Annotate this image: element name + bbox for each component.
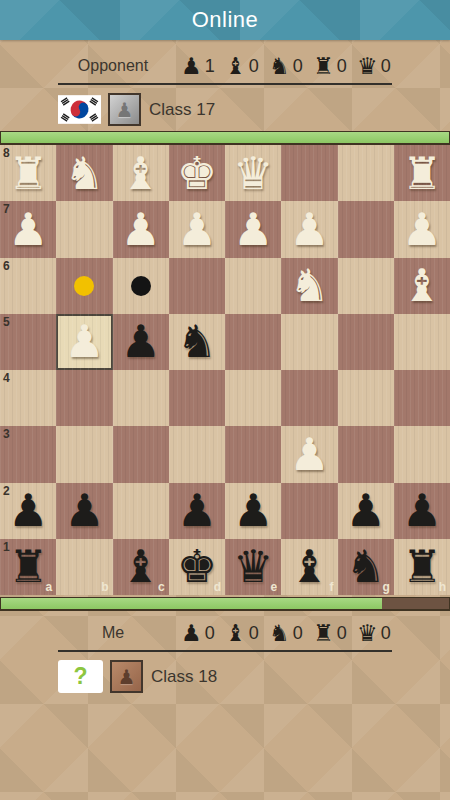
square-d4[interactable] (169, 370, 225, 426)
captured-bishop: ♝0 (225, 622, 269, 645)
square-h4[interactable] (394, 370, 450, 426)
square-h1[interactable]: h♜ (394, 539, 450, 595)
file-label-c: c (158, 580, 165, 594)
captured-pawn: ♟0 (181, 622, 225, 645)
square-b7[interactable] (56, 201, 112, 257)
square-a8[interactable]: 8♜ (0, 145, 56, 201)
square-f8[interactable] (281, 145, 337, 201)
captured-knight: ♞0 (269, 55, 313, 78)
captured-pawn-count: 0 (205, 623, 215, 644)
rank-label-8: 8 (3, 146, 10, 160)
square-d8[interactable]: ♚ (169, 145, 225, 201)
me-divider (58, 650, 392, 652)
me-captured-row: Me ♟0 ♝0 ♞0 ♜0 ♛0 (0, 619, 450, 647)
captured-rook: ♜0 (313, 622, 357, 645)
file-label-h: h (439, 580, 446, 594)
opponent-profile: ♟ Class 17 (58, 92, 450, 127)
rank-label-7: 7 (3, 202, 10, 216)
square-f4[interactable] (281, 370, 337, 426)
pawn-icon: ♟ (181, 55, 202, 78)
file-label-d: d (214, 580, 221, 594)
piece-white-bishop-c8[interactable]: ♝ (113, 145, 169, 201)
file-label-b: b (101, 580, 108, 594)
file-label-g: g (382, 580, 389, 594)
captured-knight: ♞0 (269, 622, 313, 645)
square-f1[interactable]: f♝ (281, 539, 337, 595)
square-f2[interactable] (281, 483, 337, 539)
captured-queen: ♛0 (357, 55, 401, 78)
piece-white-pawn-f7[interactable]: ♟ (281, 201, 337, 257)
piece-white-pawn-f3[interactable]: ♟ (281, 426, 337, 482)
knight-icon: ♞ (269, 622, 290, 645)
pawn-icon: ♟ (181, 622, 202, 645)
square-b8[interactable]: ♞ (56, 145, 112, 201)
me-class-label: Class 18 (151, 667, 217, 687)
opponent-label: Opponent (63, 57, 163, 75)
square-a3[interactable]: 3 (0, 426, 56, 482)
rook-icon: ♜ (313, 622, 334, 645)
captured-queen: ♛0 (357, 622, 401, 645)
captured-knight-count: 0 (293, 623, 303, 644)
square-f5[interactable] (281, 314, 337, 370)
me-panel: Me ♟0 ♝0 ♞0 ♜0 ♛0 ? ♟ Class 18 (0, 611, 450, 706)
bishop-icon: ♝ (225, 622, 246, 645)
me-profile: ? ♟ Class 18 (58, 659, 450, 694)
captured-bishop: ♝0 (225, 55, 269, 78)
square-e7[interactable]: ♟ (225, 201, 281, 257)
opponent-divider (58, 83, 392, 85)
piece-white-knight-b8[interactable]: ♞ (56, 145, 112, 201)
square-e8[interactable]: ♛ (225, 145, 281, 201)
black-move-dot[interactable] (131, 276, 151, 296)
piece-black-pawn-c5[interactable]: ♟ (113, 314, 169, 370)
square-a7[interactable]: 7♟ (0, 201, 56, 257)
yellow-move-dot[interactable] (74, 276, 94, 296)
queen-icon: ♛ (357, 622, 378, 645)
square-f6[interactable]: ♞ (281, 258, 337, 314)
piece-white-knight-f6[interactable]: ♞ (281, 258, 337, 314)
captured-rook-count: 0 (337, 56, 347, 77)
square-e2[interactable]: ♟ (225, 483, 281, 539)
opponent-timer-track (1, 132, 449, 143)
file-label-f: f (330, 580, 334, 594)
square-b6[interactable] (56, 258, 112, 314)
captured-pawn-count: 1 (205, 56, 215, 77)
me-captured-groups: ♟0 ♝0 ♞0 ♜0 ♛0 (181, 622, 401, 645)
me-label: Me (63, 624, 163, 642)
rank-label-1: 1 (3, 540, 10, 554)
square-f3[interactable]: ♟ (281, 426, 337, 482)
square-g6[interactable] (338, 258, 394, 314)
piece-black-pawn-b2[interactable]: ♟ (56, 483, 112, 539)
opponent-panel: Opponent ♟1 ♝0 ♞0 ♜0 ♛0 (0, 40, 450, 131)
square-c2[interactable] (113, 483, 169, 539)
south-korea-flag-icon (58, 94, 101, 125)
square-d5[interactable]: ♞ (169, 314, 225, 370)
captured-pawn: ♟1 (181, 55, 225, 78)
square-a1[interactable]: 1a♜ (0, 539, 56, 595)
square-a5[interactable]: 5 (0, 314, 56, 370)
square-g4[interactable] (338, 370, 394, 426)
square-b2[interactable]: ♟ (56, 483, 112, 539)
piece-white-pawn-d7[interactable]: ♟ (169, 201, 225, 257)
square-c4[interactable] (113, 370, 169, 426)
square-h7[interactable]: ♟ (394, 201, 450, 257)
me-timer-fill (1, 598, 382, 609)
rook-icon: ♜ (313, 55, 334, 78)
piece-white-pawn-b5[interactable]: ♟ (56, 314, 112, 370)
opponent-class-label: Class 17 (149, 100, 215, 120)
square-a6[interactable]: 6 (0, 258, 56, 314)
rank-label-5: 5 (3, 315, 10, 329)
captured-queen-count: 0 (381, 623, 391, 644)
piece-black-pawn-h2[interactable]: ♟ (394, 483, 450, 539)
opponent-timer-fill (1, 132, 449, 143)
square-d6[interactable] (169, 258, 225, 314)
square-g7[interactable] (338, 201, 394, 257)
piece-white-rook-h8[interactable]: ♜ (394, 145, 450, 201)
captured-queen-count: 0 (381, 56, 391, 77)
me-timer-bar (0, 597, 450, 611)
rank-label-3: 3 (3, 427, 10, 441)
square-c8[interactable]: ♝ (113, 145, 169, 201)
opponent-captured-row: Opponent ♟1 ♝0 ♞0 ♜0 ♛0 (0, 52, 450, 80)
piece-white-pawn-e7[interactable]: ♟ (225, 201, 281, 257)
piece-black-pawn-g2[interactable]: ♟ (338, 483, 394, 539)
file-label-e: e (271, 580, 278, 594)
captured-knight-count: 0 (293, 56, 303, 77)
square-e5[interactable] (225, 314, 281, 370)
captured-rook-count: 0 (337, 623, 347, 644)
piece-white-pawn-h7[interactable]: ♟ (394, 201, 450, 257)
square-h6[interactable]: ♝ (394, 258, 450, 314)
captured-bishop-count: 0 (249, 56, 259, 77)
captured-rook: ♜0 (313, 55, 357, 78)
square-h5[interactable] (394, 314, 450, 370)
opponent-avatar: ♟ (108, 93, 141, 126)
piece-black-pawn-e2[interactable]: ♟ (225, 483, 281, 539)
queen-icon: ♛ (357, 55, 378, 78)
opponent-captured-groups: ♟1 ♝0 ♞0 ♜0 ♛0 (181, 55, 401, 78)
chess-board: 8♜♞♝♚♛♜7♟♟♟♟♟♟6♞♝5♟♟♞43♟2♟♟♟♟♟♟1a♜bc♝d♚e… (0, 145, 450, 595)
square-d2[interactable]: ♟ (169, 483, 225, 539)
square-f7[interactable]: ♟ (281, 201, 337, 257)
me-avatar: ♟ (110, 660, 143, 693)
square-e6[interactable] (225, 258, 281, 314)
square-e4[interactable] (225, 370, 281, 426)
square-g2[interactable]: ♟ (338, 483, 394, 539)
square-h8[interactable]: ♜ (394, 145, 450, 201)
black-pawn-avatar-icon: ♟ (118, 667, 136, 687)
rank-label-4: 4 (3, 371, 10, 385)
white-pawn-avatar-icon: ♟ (116, 100, 134, 120)
square-b5[interactable]: ♟ (56, 314, 112, 370)
square-c1[interactable]: c♝ (113, 539, 169, 595)
bishop-icon: ♝ (225, 55, 246, 78)
square-b3[interactable] (56, 426, 112, 482)
square-a4[interactable]: 4 (0, 370, 56, 426)
square-g5[interactable] (338, 314, 394, 370)
square-b1[interactable]: b (56, 539, 112, 595)
square-g8[interactable] (338, 145, 394, 201)
square-c3[interactable] (113, 426, 169, 482)
square-h2[interactable]: ♟ (394, 483, 450, 539)
square-d1[interactable]: d♚ (169, 539, 225, 595)
piece-white-bishop-h6[interactable]: ♝ (394, 258, 450, 314)
opponent-timer-bar (0, 131, 450, 145)
unknown-flag-icon: ? (58, 660, 103, 693)
captured-bishop-count: 0 (249, 623, 259, 644)
piece-white-pawn-c7[interactable]: ♟ (113, 201, 169, 257)
square-c7[interactable]: ♟ (113, 201, 169, 257)
square-c5[interactable]: ♟ (113, 314, 169, 370)
square-e1[interactable]: e♛ (225, 539, 281, 595)
file-label-a: a (46, 580, 53, 594)
rank-label-6: 6 (3, 259, 10, 273)
me-timer-track (1, 598, 449, 609)
square-b4[interactable] (56, 370, 112, 426)
square-e3[interactable] (225, 426, 281, 482)
square-c6[interactable] (113, 258, 169, 314)
piece-black-knight-d5[interactable]: ♞ (169, 314, 225, 370)
rank-label-2: 2 (3, 484, 10, 498)
piece-black-pawn-d2[interactable]: ♟ (169, 483, 225, 539)
piece-white-queen-e8[interactable]: ♛ (225, 145, 281, 201)
square-a2[interactable]: 2♟ (0, 483, 56, 539)
square-g1[interactable]: g♞ (338, 539, 394, 595)
square-g3[interactable] (338, 426, 394, 482)
piece-white-king-d8[interactable]: ♚ (169, 145, 225, 201)
square-h3[interactable] (394, 426, 450, 482)
knight-icon: ♞ (269, 55, 290, 78)
page-title: Online (192, 7, 259, 33)
square-d3[interactable] (169, 426, 225, 482)
title-bar: Online (0, 0, 450, 40)
square-d7[interactable]: ♟ (169, 201, 225, 257)
